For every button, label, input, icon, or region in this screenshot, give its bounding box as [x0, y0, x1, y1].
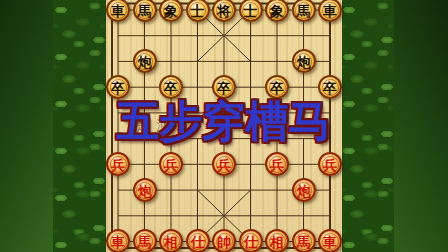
- piece-label: 馬: [138, 4, 152, 18]
- piece-label: 卒: [270, 81, 284, 95]
- piece-label: 仕: [244, 235, 258, 249]
- piece-red-車[interactable]: 車: [318, 229, 342, 252]
- piece-label: 兵: [164, 158, 178, 172]
- piece-label: 炮: [138, 55, 152, 69]
- piece-black-士[interactable]: 士: [186, 0, 210, 22]
- piece-red-相[interactable]: 相: [159, 229, 183, 252]
- piece-red-炮[interactable]: 炮: [133, 178, 157, 202]
- piece-label: 卒: [217, 81, 231, 95]
- left-gradient-strip: [0, 0, 54, 252]
- xiangqi-board[interactable]: 楚河 汉界 五步穿槽马 車馬象士将士象馬車炮炮卒卒卒卒卒兵兵兵兵兵炮炮車馬相仕帥…: [106, 0, 342, 252]
- piece-label: 馬: [138, 235, 152, 249]
- right-hedge-texture: [341, 0, 394, 252]
- piece-label: 士: [191, 4, 205, 18]
- piece-red-仕[interactable]: 仕: [186, 229, 210, 252]
- piece-label: 炮: [297, 55, 311, 69]
- piece-label: 卒: [164, 81, 178, 95]
- piece-label: 仕: [191, 235, 205, 249]
- piece-black-炮[interactable]: 炮: [133, 49, 157, 73]
- piece-label: 帥: [217, 235, 231, 249]
- piece-label: 象: [164, 4, 178, 18]
- piece-black-炮[interactable]: 炮: [292, 49, 316, 73]
- piece-label: 炮: [297, 184, 311, 198]
- piece-label: 卒: [111, 81, 125, 95]
- piece-label: 将: [217, 4, 231, 18]
- piece-red-帥[interactable]: 帥: [212, 229, 236, 252]
- piece-red-馬[interactable]: 馬: [133, 229, 157, 252]
- piece-red-炮[interactable]: 炮: [292, 178, 316, 202]
- piece-red-馬[interactable]: 馬: [292, 229, 316, 252]
- piece-black-馬[interactable]: 馬: [133, 0, 157, 22]
- piece-label: 馬: [297, 4, 311, 18]
- piece-label: 車: [111, 4, 125, 18]
- piece-red-車[interactable]: 車: [106, 229, 130, 252]
- left-hedge-texture: [53, 0, 106, 252]
- piece-label: 車: [323, 235, 337, 249]
- piece-label: 車: [323, 4, 337, 18]
- screenshot-stage: 楚河 汉界 五步穿槽马 車馬象士将士象馬車炮炮卒卒卒卒卒兵兵兵兵兵炮炮車馬相仕帥…: [0, 0, 448, 252]
- piece-label: 卒: [323, 81, 337, 95]
- piece-black-士[interactable]: 士: [239, 0, 263, 22]
- piece-label: 炮: [138, 184, 152, 198]
- piece-label: 相: [270, 235, 284, 249]
- piece-label: 兵: [217, 158, 231, 172]
- piece-label: 士: [244, 4, 258, 18]
- right-gradient-strip: [394, 0, 448, 252]
- piece-label: 相: [164, 235, 178, 249]
- piece-red-相[interactable]: 相: [265, 229, 289, 252]
- piece-label: 兵: [111, 158, 125, 172]
- piece-label: 兵: [323, 158, 337, 172]
- piece-red-仕[interactable]: 仕: [239, 229, 263, 252]
- piece-label: 馬: [297, 235, 311, 249]
- piece-label: 象: [270, 4, 284, 18]
- piece-label: 車: [111, 235, 125, 249]
- title-overlay: 五步穿槽马: [106, 100, 342, 143]
- piece-black-馬[interactable]: 馬: [292, 0, 316, 22]
- piece-label: 兵: [270, 158, 284, 172]
